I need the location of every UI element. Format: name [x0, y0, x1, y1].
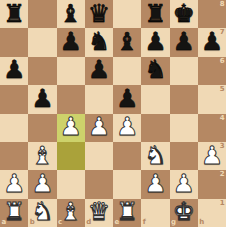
- coordinate-rank-7: 7: [220, 29, 225, 36]
- square-h1[interactable]: h1: [198, 199, 226, 227]
- square-c4[interactable]: ♟: [57, 114, 85, 142]
- square-c8[interactable]: ♝: [57, 0, 85, 28]
- square-g5[interactable]: [170, 85, 198, 113]
- square-b1[interactable]: ♞b: [28, 199, 56, 227]
- square-c3[interactable]: [57, 142, 85, 170]
- coordinate-rank-2: 2: [220, 171, 225, 178]
- coordinate-rank-3: 3: [220, 143, 225, 150]
- coordinate-file-f: f: [143, 219, 146, 226]
- square-c6[interactable]: [57, 57, 85, 85]
- coordinate-file-e: e: [115, 219, 120, 226]
- square-e8[interactable]: [113, 0, 141, 28]
- square-h5[interactable]: 5: [198, 85, 226, 113]
- square-g8[interactable]: ♚: [170, 0, 198, 28]
- square-f6[interactable]: ♞: [141, 57, 169, 85]
- chess-board: ♜♝♛♜♚8♟♞♝♟♟♟7♟♟♞6♟♟5♟♟♟4♝♞♟3♟♟♟♟2♜a♞b♝c♛…: [0, 0, 226, 227]
- square-g1[interactable]: ♚g: [170, 199, 198, 227]
- coordinate-file-h: h: [199, 219, 204, 226]
- piece-black-bishop[interactable]: ♝: [59, 1, 81, 26]
- square-a1[interactable]: ♜a: [0, 199, 28, 227]
- square-g4[interactable]: [170, 114, 198, 142]
- piece-black-pawn[interactable]: ♟: [3, 57, 25, 82]
- square-f8[interactable]: ♜: [141, 0, 169, 28]
- square-f3[interactable]: ♞: [141, 142, 169, 170]
- piece-white-pawn[interactable]: ♟: [116, 114, 138, 139]
- piece-white-pawn[interactable]: ♟: [59, 114, 81, 139]
- square-c1[interactable]: ♝c: [57, 199, 85, 227]
- piece-white-pawn[interactable]: ♟: [144, 171, 166, 196]
- piece-black-pawn[interactable]: ♟: [88, 57, 110, 82]
- square-e4[interactable]: ♟: [113, 114, 141, 142]
- piece-white-pawn[interactable]: ♟: [88, 114, 110, 139]
- coordinate-file-b: b: [30, 219, 35, 226]
- piece-white-knight[interactable]: ♞: [144, 143, 166, 168]
- coordinate-file-g: g: [171, 219, 176, 226]
- coordinate-file-d: d: [86, 219, 91, 226]
- square-d5[interactable]: [85, 85, 113, 113]
- piece-black-knight[interactable]: ♞: [88, 29, 110, 54]
- piece-black-rook[interactable]: ♜: [144, 1, 166, 26]
- square-f2[interactable]: ♟: [141, 170, 169, 198]
- piece-black-pawn[interactable]: ♟: [201, 29, 223, 54]
- square-h3[interactable]: ♟3: [198, 142, 226, 170]
- square-c2[interactable]: [57, 170, 85, 198]
- square-h8[interactable]: 8: [198, 0, 226, 28]
- piece-white-rook[interactable]: ♜: [3, 199, 25, 224]
- piece-black-pawn[interactable]: ♟: [59, 29, 81, 54]
- piece-white-pawn[interactable]: ♟: [201, 143, 223, 168]
- square-f4[interactable]: [141, 114, 169, 142]
- square-f7[interactable]: ♟: [141, 28, 169, 56]
- square-a3[interactable]: [0, 142, 28, 170]
- square-b3[interactable]: ♝: [28, 142, 56, 170]
- square-b4[interactable]: [28, 114, 56, 142]
- square-g6[interactable]: [170, 57, 198, 85]
- coordinate-file-c: c: [58, 219, 62, 226]
- piece-black-knight[interactable]: ♞: [144, 57, 166, 82]
- piece-white-king[interactable]: ♚: [172, 199, 194, 224]
- piece-black-queen[interactable]: ♛: [88, 1, 110, 26]
- square-b2[interactable]: ♟: [28, 170, 56, 198]
- piece-black-pawn[interactable]: ♟: [144, 29, 166, 54]
- square-a7[interactable]: [0, 28, 28, 56]
- square-a8[interactable]: ♜: [0, 0, 28, 28]
- square-h2[interactable]: 2: [198, 170, 226, 198]
- square-d3[interactable]: [85, 142, 113, 170]
- square-c7[interactable]: ♟: [57, 28, 85, 56]
- piece-black-pawn[interactable]: ♟: [31, 86, 53, 111]
- square-b5[interactable]: ♟: [28, 85, 56, 113]
- square-e7[interactable]: ♝: [113, 28, 141, 56]
- coordinate-rank-6: 6: [220, 58, 225, 65]
- piece-black-pawn[interactable]: ♟: [116, 86, 138, 111]
- coordinate-rank-8: 8: [220, 1, 225, 8]
- piece-black-rook[interactable]: ♜: [3, 1, 25, 26]
- piece-white-knight[interactable]: ♞: [31, 199, 53, 224]
- piece-white-bishop[interactable]: ♝: [31, 143, 53, 168]
- square-e5[interactable]: ♟: [113, 85, 141, 113]
- piece-white-rook[interactable]: ♜: [116, 199, 138, 224]
- square-c5[interactable]: [57, 85, 85, 113]
- piece-white-pawn[interactable]: ♟: [3, 171, 25, 196]
- square-a5[interactable]: [0, 85, 28, 113]
- square-b7[interactable]: [28, 28, 56, 56]
- square-g2[interactable]: ♟: [170, 170, 198, 198]
- square-e1[interactable]: ♜e: [113, 199, 141, 227]
- piece-white-pawn[interactable]: ♟: [31, 171, 53, 196]
- square-d2[interactable]: [85, 170, 113, 198]
- square-e3[interactable]: [113, 142, 141, 170]
- square-g7[interactable]: ♟: [170, 28, 198, 56]
- square-d8[interactable]: ♛: [85, 0, 113, 28]
- square-d6[interactable]: ♟: [85, 57, 113, 85]
- square-a6[interactable]: ♟: [0, 57, 28, 85]
- square-f5[interactable]: [141, 85, 169, 113]
- square-h4[interactable]: 4: [198, 114, 226, 142]
- square-e6[interactable]: [113, 57, 141, 85]
- coordinate-rank-1: 1: [220, 200, 225, 207]
- square-a4[interactable]: [0, 114, 28, 142]
- piece-black-pawn[interactable]: ♟: [172, 29, 194, 54]
- coordinate-file-a: a: [2, 219, 7, 226]
- piece-black-bishop[interactable]: ♝: [116, 29, 138, 54]
- coordinate-rank-5: 5: [220, 86, 225, 93]
- coordinate-rank-4: 4: [220, 115, 225, 122]
- square-b8[interactable]: [28, 0, 56, 28]
- square-h7[interactable]: ♟7: [198, 28, 226, 56]
- square-e2[interactable]: [113, 170, 141, 198]
- piece-black-king[interactable]: ♚: [172, 1, 194, 26]
- square-b6[interactable]: [28, 57, 56, 85]
- square-f1[interactable]: f: [141, 199, 169, 227]
- square-d4[interactable]: ♟: [85, 114, 113, 142]
- square-a2[interactable]: ♟: [0, 170, 28, 198]
- square-d7[interactable]: ♞: [85, 28, 113, 56]
- square-h6[interactable]: 6: [198, 57, 226, 85]
- piece-white-pawn[interactable]: ♟: [172, 171, 194, 196]
- square-d1[interactable]: ♛d: [85, 199, 113, 227]
- piece-white-bishop[interactable]: ♝: [59, 199, 81, 224]
- piece-white-queen[interactable]: ♛: [88, 199, 110, 224]
- square-g3[interactable]: [170, 142, 198, 170]
